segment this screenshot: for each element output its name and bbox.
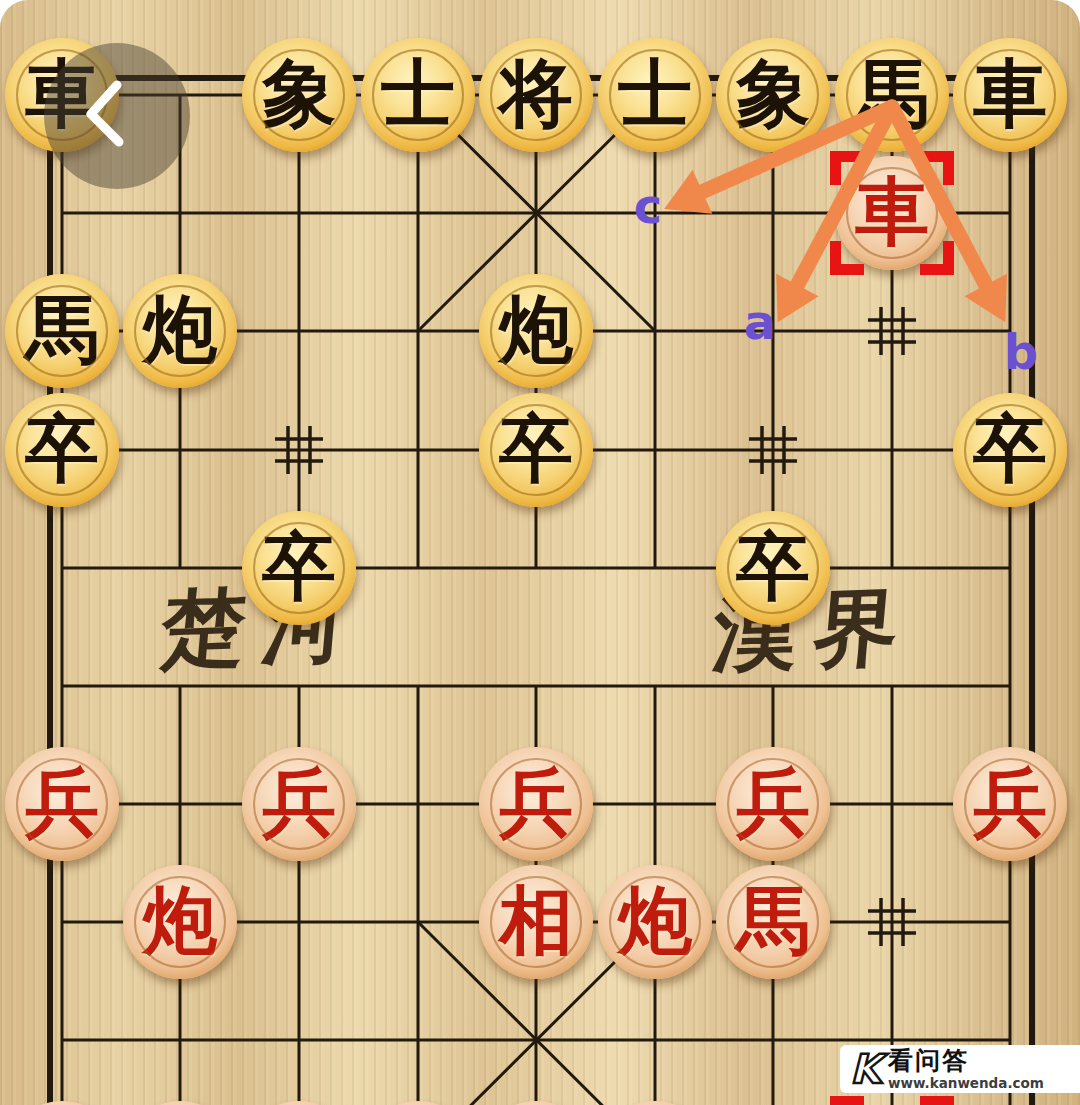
piece-character: 炮: [143, 292, 217, 366]
piece-black-horse-left[interactable]: 馬: [5, 274, 119, 388]
piece-character: 卒: [25, 411, 99, 485]
piece-character: 車: [973, 56, 1047, 130]
piece-black-general[interactable]: 将: [479, 38, 593, 152]
piece-character: 車: [855, 174, 929, 248]
watermark-url: www.kanwenda.com: [888, 1077, 1044, 1091]
piece-character: 兵: [499, 765, 573, 839]
watermark[interactable]: K 看问答 www.kanwenda.com: [840, 1045, 1080, 1093]
xiangqi-board-screen: 楚河 漢界 車象士将士象馬車車馬炮炮卒卒卒卒卒兵兵兵兵兵炮相炮馬 K 看问答 w…: [0, 0, 1080, 1105]
move-label-c: c: [634, 182, 662, 230]
piece-character: 兵: [25, 765, 99, 839]
piece-red-pawn-4[interactable]: 兵: [716, 747, 830, 861]
piece-red-cannon-right[interactable]: 炮: [598, 865, 712, 979]
piece-character: 相: [499, 883, 573, 957]
watermark-site-name: 看问答: [888, 1048, 969, 1073]
piece-red-cannon-left[interactable]: 炮: [123, 865, 237, 979]
piece-character: 兵: [736, 765, 810, 839]
piece-character: 炮: [143, 883, 217, 957]
piece-character: 馬: [855, 56, 929, 130]
piece-black-rook-right[interactable]: 車: [953, 38, 1067, 152]
piece-black-pawn-1[interactable]: 卒: [5, 393, 119, 507]
piece-character: 馬: [736, 883, 810, 957]
piece-character: 卒: [262, 529, 336, 603]
piece-black-horse-right[interactable]: 馬: [835, 38, 949, 152]
piece-black-elephant-left[interactable]: 象: [242, 38, 356, 152]
watermark-logo: K: [850, 1049, 881, 1089]
piece-black-pawn-4-advanced[interactable]: 卒: [716, 511, 830, 625]
piece-character: 卒: [736, 529, 810, 603]
move-label-a: a: [744, 298, 776, 346]
piece-character: 馬: [25, 292, 99, 366]
piece-red-pawn-1[interactable]: 兵: [5, 747, 119, 861]
piece-red-horse-right[interactable]: 馬: [716, 865, 830, 979]
piece-character: 兵: [262, 765, 336, 839]
piece-black-cannon-left[interactable]: 炮: [123, 274, 237, 388]
piece-character: 卒: [973, 411, 1047, 485]
back-button[interactable]: [44, 43, 190, 189]
piece-red-pawn-3[interactable]: 兵: [479, 747, 593, 861]
piece-black-advisor-right[interactable]: 士: [598, 38, 712, 152]
piece-character: 士: [381, 56, 455, 130]
chevron-left-icon: [44, 43, 190, 189]
piece-black-pawn-2-advanced[interactable]: 卒: [242, 511, 356, 625]
piece-character: 象: [736, 56, 810, 130]
piece-red-pawn-5[interactable]: 兵: [953, 747, 1067, 861]
piece-red-pawn-2[interactable]: 兵: [242, 747, 356, 861]
piece-character: 士: [618, 56, 692, 130]
piece-character: 卒: [499, 411, 573, 485]
move-label-b: b: [1004, 328, 1038, 376]
piece-black-advisor-left[interactable]: 士: [361, 38, 475, 152]
piece-character: 将: [499, 56, 573, 130]
piece-black-pawn-3[interactable]: 卒: [479, 393, 593, 507]
piece-black-elephant-right[interactable]: 象: [716, 38, 830, 152]
piece-black-pawn-5[interactable]: 卒: [953, 393, 1067, 507]
piece-red-elephant-center[interactable]: 相: [479, 865, 593, 979]
piece-black-cannon-center[interactable]: 炮: [479, 274, 593, 388]
piece-character: 炮: [499, 292, 573, 366]
piece-red-rook-attacking[interactable]: 車: [835, 156, 949, 270]
piece-character: 象: [262, 56, 336, 130]
piece-character: 兵: [973, 765, 1047, 839]
piece-character: 炮: [618, 883, 692, 957]
